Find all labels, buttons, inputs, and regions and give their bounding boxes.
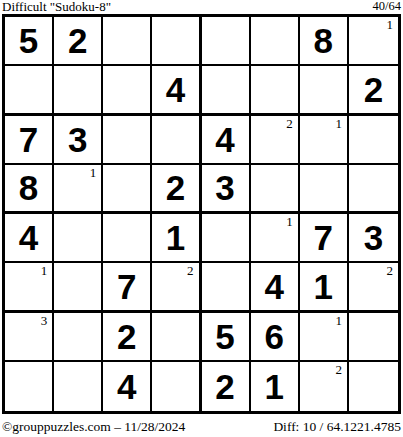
cell-r8c5[interactable]: 2 [202, 362, 251, 411]
cell-r8c8[interactable] [349, 362, 398, 411]
given-digit: 1 [166, 220, 185, 255]
cell-r5c3[interactable] [103, 214, 152, 263]
cell-r4c2[interactable]: 1 [54, 165, 103, 214]
cell-r2c3[interactable] [103, 66, 152, 115]
given-digit: 4 [264, 269, 283, 304]
cell-r1c1[interactable]: 5 [5, 17, 54, 66]
cell-r3c2[interactable]: 3 [54, 116, 103, 165]
cell-r4c5[interactable]: 3 [202, 165, 251, 214]
given-digit: 3 [68, 122, 87, 157]
cell-r2c7[interactable] [300, 66, 349, 115]
cell-r2c4[interactable]: 4 [152, 66, 201, 115]
difficulty-info: Diff: 10 / 64.1221.4785 [273, 419, 401, 435]
cell-r7c5[interactable]: 5 [202, 313, 251, 362]
given-digit: 2 [364, 72, 383, 107]
given-digit: 4 [215, 122, 234, 157]
cell-r8c4[interactable] [152, 362, 201, 411]
cell-r3c3[interactable] [103, 116, 152, 165]
cell-r4c4[interactable]: 2 [152, 165, 201, 214]
cell-r7c4[interactable] [152, 313, 201, 362]
given-digit: 4 [166, 72, 185, 107]
cell-r6c1[interactable]: 1 [5, 263, 54, 312]
cell-r2c2[interactable] [54, 66, 103, 115]
given-digit: 2 [68, 23, 87, 58]
pencil-mark: 1 [387, 18, 394, 31]
given-digit: 1 [264, 369, 283, 404]
cell-r1c3[interactable] [103, 17, 152, 66]
cell-r5c8[interactable]: 3 [349, 214, 398, 263]
cell-r1c8[interactable]: 1 [349, 17, 398, 66]
cell-r1c2[interactable]: 2 [54, 17, 103, 66]
copyright-date: ©grouppuzzles.com – 11/28/2024 [2, 419, 185, 435]
cell-r5c1[interactable]: 4 [5, 214, 54, 263]
cell-r7c1[interactable]: 3 [5, 313, 54, 362]
cell-r4c6[interactable] [251, 165, 300, 214]
cell-r4c1[interactable]: 8 [5, 165, 54, 214]
cell-r1c5[interactable] [202, 17, 251, 66]
cell-r5c5[interactable] [202, 214, 251, 263]
cell-r1c6[interactable] [251, 17, 300, 66]
cell-r2c8[interactable]: 2 [349, 66, 398, 115]
cell-r6c8[interactable]: 2 [349, 263, 398, 312]
cell-r3c5[interactable]: 4 [202, 116, 251, 165]
given-digit: 2 [166, 170, 185, 205]
pencil-mark: 1 [335, 117, 342, 130]
cell-r5c4[interactable]: 1 [152, 214, 201, 263]
given-digit: 6 [264, 319, 283, 354]
cell-r2c6[interactable] [251, 66, 300, 115]
cell-r3c6[interactable]: 2 [251, 116, 300, 165]
pencil-mark: 1 [90, 166, 97, 179]
cell-r8c1[interactable] [5, 362, 54, 411]
cell-r7c6[interactable]: 6 [251, 313, 300, 362]
footer: ©grouppuzzles.com – 11/28/2024 Diff: 10 … [2, 417, 401, 435]
given-digit: 4 [117, 369, 136, 404]
cell-r6c6[interactable]: 4 [251, 263, 300, 312]
cell-r6c7[interactable]: 1 [300, 263, 349, 312]
pencil-mark: 1 [286, 215, 293, 228]
cell-r6c5[interactable] [202, 263, 251, 312]
cell-r6c2[interactable] [54, 263, 103, 312]
pencil-mark: 3 [41, 314, 48, 327]
cell-r1c7[interactable]: 8 [300, 17, 349, 66]
cell-r3c8[interactable] [349, 116, 398, 165]
given-digit: 2 [117, 319, 136, 354]
given-digit: 8 [19, 170, 38, 205]
cell-r8c3[interactable]: 4 [103, 362, 152, 411]
cell-r3c4[interactable] [152, 116, 201, 165]
given-digit: 2 [215, 369, 234, 404]
given-digit: 5 [19, 23, 38, 58]
cell-r8c6[interactable]: 1 [251, 362, 300, 411]
pencil-mark: 2 [286, 117, 293, 130]
board: 52814273421812341173172412325614212 [2, 14, 401, 414]
header: Difficult "Sudoku-8" 40/64 [2, 0, 401, 14]
cell-r5c2[interactable] [54, 214, 103, 263]
cell-r5c6[interactable]: 1 [251, 214, 300, 263]
cell-r3c7[interactable]: 1 [300, 116, 349, 165]
cell-r7c3[interactable]: 2 [103, 313, 152, 362]
given-digit: 8 [314, 23, 333, 58]
cell-r3c1[interactable]: 7 [5, 116, 54, 165]
pencil-mark: 1 [335, 314, 342, 327]
given-digit: 7 [314, 220, 333, 255]
cell-r8c7[interactable]: 2 [300, 362, 349, 411]
cell-r7c7[interactable]: 1 [300, 313, 349, 362]
cell-r2c5[interactable] [202, 66, 251, 115]
puzzle-title: Difficult "Sudoku-8" [2, 0, 111, 13]
puzzle-page: Difficult "Sudoku-8" 40/64 5281427342181… [0, 0, 403, 437]
cell-r2c1[interactable] [5, 66, 54, 115]
cell-r6c3[interactable]: 7 [103, 263, 152, 312]
given-digit: 1 [314, 269, 333, 304]
cell-r8c2[interactable] [54, 362, 103, 411]
cell-r6c4[interactable]: 2 [152, 263, 201, 312]
pencil-mark: 2 [187, 264, 194, 277]
cell-r7c2[interactable] [54, 313, 103, 362]
pencil-mark: 2 [387, 264, 394, 277]
given-digit: 3 [364, 220, 383, 255]
pencil-mark: 2 [335, 363, 342, 376]
cell-r4c3[interactable] [103, 165, 152, 214]
cell-r5c7[interactable]: 7 [300, 214, 349, 263]
given-digit: 3 [215, 170, 234, 205]
given-digit: 7 [19, 122, 38, 157]
cell-r4c8[interactable] [349, 165, 398, 214]
pencil-mark: 1 [41, 264, 48, 277]
given-digit: 7 [117, 269, 136, 304]
cell-r7c8[interactable] [349, 313, 398, 362]
cell-r1c4[interactable] [152, 17, 201, 66]
given-digit: 5 [215, 319, 234, 354]
given-digit: 4 [19, 220, 38, 255]
puzzle-counter: 40/64 [373, 0, 401, 13]
cell-r4c7[interactable] [300, 165, 349, 214]
